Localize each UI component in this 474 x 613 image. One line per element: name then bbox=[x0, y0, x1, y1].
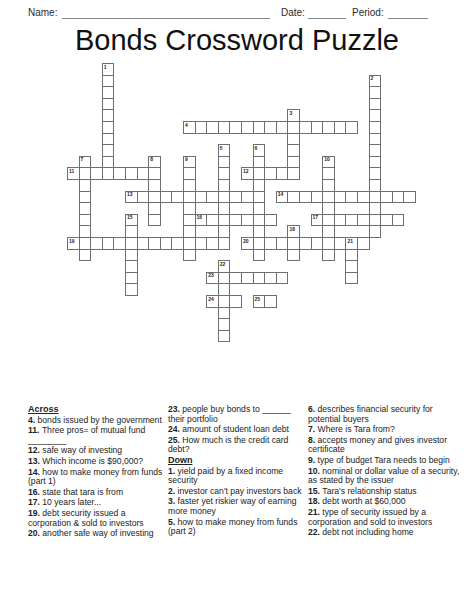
clue-column-3: 6. describes financial security for pote… bbox=[308, 405, 460, 539]
clue-item: 4. bonds issued by the government bbox=[28, 416, 166, 426]
cell-number: 9 bbox=[184, 157, 188, 163]
clue-item: 6. describes financial security for pote… bbox=[308, 405, 460, 424]
clue-item: 7. Where is Tara from? bbox=[308, 425, 460, 435]
name-label: Name: bbox=[28, 7, 57, 18]
clue-item: 16. state that tara is from bbox=[28, 488, 166, 498]
clue-text: Tara's relationship status bbox=[322, 486, 416, 496]
clue-text: bonds issued by the government bbox=[38, 415, 162, 425]
clue-number: 19. bbox=[28, 508, 42, 518]
cell-number: 3 bbox=[288, 110, 292, 116]
clue-number: 20. bbox=[28, 528, 42, 538]
clue-item: 9. type of budget Tara needs to begin bbox=[308, 456, 460, 466]
clue-number: 2. bbox=[168, 486, 178, 496]
cell-number: 10 bbox=[323, 157, 330, 163]
clue-text: Three pros= of mutual fund ________ bbox=[28, 425, 145, 445]
clue-number: 12. bbox=[28, 445, 42, 455]
cell-number: 13 bbox=[126, 192, 133, 198]
clue-number: 4. bbox=[28, 415, 38, 425]
clue-item: 1. yield paid by a fixed income security bbox=[168, 467, 304, 486]
cell-number: 1 bbox=[103, 64, 107, 70]
clue-number: 10. bbox=[308, 466, 322, 476]
date-blank-line bbox=[308, 7, 346, 19]
clue-text: 10 years later... bbox=[42, 497, 101, 507]
clue-text: state that tara is from bbox=[42, 487, 123, 497]
grid-cell[interactable] bbox=[218, 330, 231, 343]
cell-number: 18 bbox=[288, 226, 295, 232]
clue-number: 11. bbox=[28, 425, 42, 435]
clue-number: 18. bbox=[308, 496, 322, 506]
clue-number: 25. bbox=[168, 435, 182, 445]
clue-item: 22. debt not including home bbox=[308, 528, 460, 538]
clue-item: 24. amount of student loan debt bbox=[168, 425, 304, 435]
clue-text: accepts money and gives investor certifi… bbox=[308, 435, 447, 455]
grid-cell[interactable] bbox=[264, 214, 277, 227]
clue-text: How much is the credit card debt? bbox=[168, 435, 288, 455]
clue-number: 6. bbox=[308, 404, 318, 414]
clue-text: describes financial security for potenti… bbox=[308, 404, 433, 424]
clue-text: faster yet riskier way of earning more m… bbox=[168, 496, 297, 516]
clue-item: 5. how to make money from funds (part 2) bbox=[168, 518, 304, 537]
clue-item: 18. debt worth at $60,000 bbox=[308, 497, 460, 507]
clue-item: 8. accepts money and gives investor cert… bbox=[308, 436, 460, 455]
clue-text: debt worth at $60,000 bbox=[322, 496, 405, 506]
clue-column-2: 23. people buy bonds to ______ their por… bbox=[168, 405, 304, 538]
grid-cell[interactable] bbox=[125, 283, 138, 296]
clue-number: 24. bbox=[168, 424, 182, 434]
clue-text: yield paid by a fixed income security bbox=[168, 466, 283, 486]
clue-text: people buy bonds to ______ their portfol… bbox=[168, 404, 291, 424]
clue-item: 23. people buy bonds to ______ their por… bbox=[168, 405, 304, 424]
grid-cell[interactable] bbox=[264, 295, 277, 308]
clue-item: 3. faster yet riskier way of earning mor… bbox=[168, 497, 304, 516]
grid-cell[interactable] bbox=[403, 191, 416, 204]
clue-text: safe way of investing bbox=[42, 445, 122, 455]
grid-cell[interactable] bbox=[218, 237, 231, 250]
clue-text: Which income is $90,000? bbox=[42, 456, 143, 466]
cell-number: 11 bbox=[68, 168, 74, 174]
cell-number: 25 bbox=[254, 296, 261, 302]
clue-item: 14. how to make money from funds (part 1… bbox=[28, 468, 166, 487]
clue-text: Where is Tara from? bbox=[318, 424, 395, 434]
cell-number: 2 bbox=[370, 76, 374, 82]
cell-number: 16 bbox=[196, 215, 203, 221]
clue-item: 21. type of security issued by a corpora… bbox=[308, 508, 460, 527]
worksheet-header: Name: Date: Period: bbox=[0, 5, 474, 23]
grid-cell[interactable] bbox=[345, 121, 358, 134]
period-blank-line bbox=[388, 7, 428, 19]
clue-number: 23. bbox=[168, 404, 182, 414]
cell-number: 15 bbox=[126, 215, 133, 221]
clue-number: 17. bbox=[28, 497, 42, 507]
clue-text: type of budget Tara needs to begin bbox=[318, 455, 450, 465]
down-heading: Down bbox=[168, 456, 304, 466]
cell-number: 12 bbox=[242, 168, 249, 174]
clue-column-1: Across4. bonds issued by the government1… bbox=[28, 405, 166, 540]
grid-cell[interactable] bbox=[287, 167, 300, 180]
grid-cell[interactable] bbox=[392, 214, 405, 227]
grid-cell[interactable] bbox=[148, 214, 161, 227]
clue-number: 3. bbox=[168, 496, 178, 506]
grid-cell[interactable] bbox=[253, 249, 266, 262]
clue-number: 14. bbox=[28, 467, 42, 477]
grid-cell[interactable] bbox=[345, 272, 358, 285]
clue-text: investor can't pay investors back bbox=[178, 486, 302, 496]
clue-text: how to make money from funds (part 2) bbox=[168, 517, 297, 537]
clue-item: 11. Three pros= of mutual fund ________ bbox=[28, 426, 166, 445]
grid-cell[interactable] bbox=[369, 225, 382, 238]
clue-number: 21. bbox=[308, 507, 322, 517]
cell-number: 5 bbox=[219, 145, 223, 151]
clue-text: debt not including home bbox=[322, 527, 413, 537]
grid-cell[interactable] bbox=[183, 249, 196, 262]
across-heading: Across bbox=[28, 405, 166, 415]
grid-cell[interactable] bbox=[322, 249, 335, 262]
clue-number: 8. bbox=[308, 435, 318, 445]
clue-text: type of security issued by a corporation… bbox=[308, 507, 432, 527]
clue-item: 12. safe way of investing bbox=[28, 446, 166, 456]
page-title: Bonds Crossword Puzzle bbox=[0, 24, 474, 57]
cell-number: 4 bbox=[184, 122, 188, 128]
cell-number: 23 bbox=[207, 273, 214, 279]
cell-number: 22 bbox=[219, 261, 226, 267]
clue-text: how to make money from funds (part 1) bbox=[28, 467, 162, 487]
clue-number: 15. bbox=[308, 486, 322, 496]
name-blank-line bbox=[62, 7, 270, 19]
grid-cell[interactable] bbox=[287, 249, 300, 262]
cell-number: 8 bbox=[149, 157, 153, 163]
clue-text: nominal or dollar value of a security, a… bbox=[308, 466, 459, 486]
cell-number: 17 bbox=[312, 215, 319, 221]
clue-number: 13. bbox=[28, 456, 42, 466]
worksheet-page: Name: Date: Period: Bonds Crossword Puzz… bbox=[0, 0, 474, 613]
clue-text: amount of student loan debt bbox=[182, 424, 289, 434]
clue-item: 25. How much is the credit card debt? bbox=[168, 436, 304, 455]
cell-number: 24 bbox=[207, 296, 214, 302]
clue-number: 1. bbox=[168, 466, 178, 476]
cell-number: 14 bbox=[277, 192, 284, 198]
clue-item: 13. Which income is $90,000? bbox=[28, 457, 166, 467]
grid-cell[interactable] bbox=[79, 249, 92, 262]
clue-item: 15. Tara's relationship status bbox=[308, 487, 460, 497]
clue-item: 2. investor can't pay investors back bbox=[168, 487, 304, 497]
clue-number: 5. bbox=[168, 517, 178, 527]
clue-text: debt security issued a corporation & sol… bbox=[28, 508, 144, 528]
clue-number: 16. bbox=[28, 487, 42, 497]
grid-cell[interactable] bbox=[357, 237, 370, 250]
clue-text: another safe way of investing bbox=[42, 528, 153, 538]
clue-number: 7. bbox=[308, 424, 318, 434]
clue-number: 22. bbox=[308, 527, 322, 537]
clue-item: 10. nominal or dollar value of a securit… bbox=[308, 467, 460, 486]
clue-item: 19. debt security issued a corporation &… bbox=[28, 509, 166, 528]
clue-item: 17. 10 years later... bbox=[28, 498, 166, 508]
cell-number: 7 bbox=[80, 157, 84, 163]
grid-cell[interactable] bbox=[229, 295, 242, 308]
clue-number: 9. bbox=[308, 455, 318, 465]
cell-number: 6 bbox=[254, 145, 258, 151]
period-label: Period: bbox=[352, 7, 384, 18]
cell-number: 21 bbox=[346, 238, 353, 244]
cell-number: 20 bbox=[242, 238, 249, 244]
date-label: Date: bbox=[281, 7, 305, 18]
clue-item: 20. another safe way of investing bbox=[28, 529, 166, 539]
cell-number: 19 bbox=[68, 238, 75, 244]
grid-cell[interactable] bbox=[276, 272, 289, 285]
